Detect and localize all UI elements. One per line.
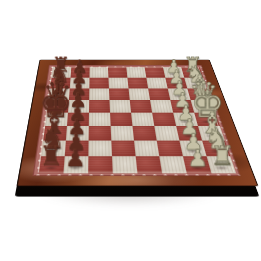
square-a1 (181, 67, 203, 77)
square-c5 (109, 88, 130, 100)
square-b5 (108, 78, 128, 89)
square-a8 (52, 67, 72, 77)
square-c6 (89, 88, 109, 100)
square-a7 (71, 67, 90, 77)
square-a5 (108, 67, 127, 77)
square-b3 (146, 78, 167, 89)
white-rook-glyph: ♜ (194, 143, 250, 170)
square-d4 (130, 100, 152, 112)
square-a3 (145, 67, 166, 77)
piece-black-pawn: ♟ (62, 155, 87, 172)
chess-set-photo: ♜♞♝♛♚♝♞♜♟♟♟♟♟♟♟♟♟♟♟♟♟♟♟♟♜♞♝♛♚♝♞♜ (0, 0, 261, 261)
square-a6 (89, 67, 108, 77)
square-a4 (126, 67, 146, 77)
black-pawn-glyph: ♟ (47, 146, 103, 169)
square-b4 (127, 78, 148, 89)
square-d5 (109, 100, 131, 112)
square-b6 (89, 78, 109, 89)
scene: ♜♞♝♛♚♝♞♜♟♟♟♟♟♟♟♟♟♟♟♟♟♟♟♟♜♞♝♛♚♝♞♜ (30, 12, 230, 212)
piece-white-rook: ♜ (205, 155, 234, 172)
square-c3 (148, 88, 170, 100)
square-c4 (129, 88, 151, 100)
chess-board: ♜♞♝♛♚♝♞♜♟♟♟♟♟♟♟♟♟♟♟♟♟♟♟♟♜♞♝♛♚♝♞♜ (16, 60, 258, 187)
